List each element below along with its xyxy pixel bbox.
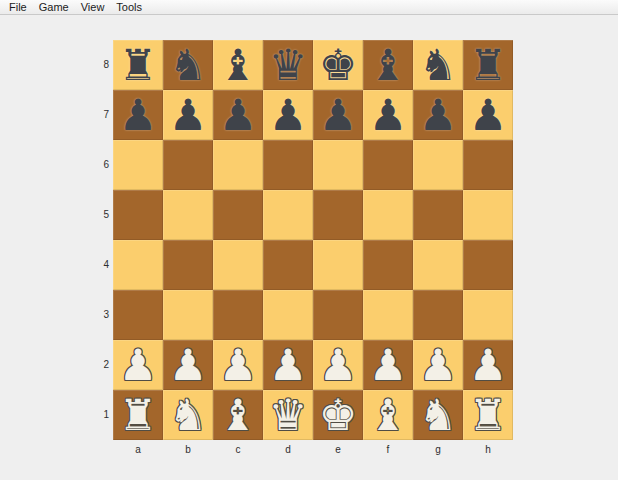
piece-white-rook[interactable]: ♜ xyxy=(113,390,163,440)
piece-white-queen[interactable]: ♛ xyxy=(263,390,313,440)
square-f7[interactable]: ♟ xyxy=(363,90,413,140)
square-c7[interactable]: ♟ xyxy=(213,90,263,140)
menu-item-game[interactable]: Game xyxy=(33,0,75,15)
piece-black-bishop[interactable]: ♝ xyxy=(363,40,413,90)
square-h3[interactable] xyxy=(463,290,513,340)
piece-black-pawn[interactable]: ♟ xyxy=(413,90,463,140)
piece-black-knight[interactable]: ♞ xyxy=(413,40,463,90)
piece-white-knight[interactable]: ♞ xyxy=(413,390,463,440)
square-d4[interactable] xyxy=(263,240,313,290)
piece-black-knight[interactable]: ♞ xyxy=(163,40,213,90)
square-g8[interactable]: ♞ xyxy=(413,40,463,90)
square-a2[interactable]: ♟ xyxy=(113,340,163,390)
piece-black-pawn[interactable]: ♟ xyxy=(313,90,363,140)
file-label-a: a xyxy=(113,443,163,457)
piece-white-pawn[interactable]: ♟ xyxy=(163,340,213,390)
menu-item-file[interactable]: File xyxy=(3,0,33,15)
piece-white-pawn[interactable]: ♟ xyxy=(313,340,363,390)
rank-label-3: 3 xyxy=(93,290,109,340)
square-g2[interactable]: ♟ xyxy=(413,340,463,390)
square-h5[interactable] xyxy=(463,190,513,240)
square-e6[interactable] xyxy=(313,140,363,190)
piece-black-pawn[interactable]: ♟ xyxy=(213,90,263,140)
square-a7[interactable]: ♟ xyxy=(113,90,163,140)
square-e7[interactable]: ♟ xyxy=(313,90,363,140)
square-h2[interactable]: ♟ xyxy=(463,340,513,390)
piece-black-pawn[interactable]: ♟ xyxy=(263,90,313,140)
piece-black-pawn[interactable]: ♟ xyxy=(113,90,163,140)
square-f5[interactable] xyxy=(363,190,413,240)
square-g6[interactable] xyxy=(413,140,463,190)
square-g1[interactable]: ♞ xyxy=(413,390,463,440)
piece-white-pawn[interactable]: ♟ xyxy=(363,340,413,390)
file-label-d: d xyxy=(263,443,313,457)
square-e2[interactable]: ♟ xyxy=(313,340,363,390)
square-h6[interactable] xyxy=(463,140,513,190)
piece-white-pawn[interactable]: ♟ xyxy=(463,340,513,390)
square-d7[interactable]: ♟ xyxy=(263,90,313,140)
file-label-f: f xyxy=(363,443,413,457)
rank-label-7: 7 xyxy=(93,90,109,140)
app-window: { "game": "chess", "position": { "fen": … xyxy=(0,0,618,480)
square-e8[interactable]: ♚ xyxy=(313,40,363,90)
square-c3[interactable] xyxy=(213,290,263,340)
file-label-b: b xyxy=(163,443,213,457)
square-e1[interactable]: ♚ xyxy=(313,390,363,440)
square-b5[interactable] xyxy=(163,190,213,240)
rank-label-1: 1 xyxy=(93,390,109,440)
square-g3[interactable] xyxy=(413,290,463,340)
rank-label-6: 6 xyxy=(93,140,109,190)
square-f6[interactable] xyxy=(363,140,413,190)
file-label-c: c xyxy=(213,443,263,457)
piece-black-rook[interactable]: ♜ xyxy=(113,40,163,90)
piece-black-rook[interactable]: ♜ xyxy=(463,40,513,90)
square-f3[interactable] xyxy=(363,290,413,340)
square-b1[interactable]: ♞ xyxy=(163,390,213,440)
square-h7[interactable]: ♟ xyxy=(463,90,513,140)
square-b3[interactable] xyxy=(163,290,213,340)
rank-label-4: 4 xyxy=(93,240,109,290)
square-h1[interactable]: ♜ xyxy=(463,390,513,440)
square-d1[interactable]: ♛ xyxy=(263,390,313,440)
rank-label-2: 2 xyxy=(93,340,109,390)
square-a4[interactable] xyxy=(113,240,163,290)
piece-black-queen[interactable]: ♛ xyxy=(263,40,313,90)
piece-white-pawn[interactable]: ♟ xyxy=(263,340,313,390)
square-e3[interactable] xyxy=(313,290,363,340)
square-a6[interactable] xyxy=(113,140,163,190)
square-b6[interactable] xyxy=(163,140,213,190)
piece-white-pawn[interactable]: ♟ xyxy=(113,340,163,390)
square-b7[interactable]: ♟ xyxy=(163,90,213,140)
rank-labels: 87654321 xyxy=(93,40,109,440)
piece-black-pawn[interactable]: ♟ xyxy=(163,90,213,140)
square-c8[interactable]: ♝ xyxy=(213,40,263,90)
piece-black-pawn[interactable]: ♟ xyxy=(363,90,413,140)
square-e5[interactable] xyxy=(313,190,363,240)
chess-board[interactable]: ♜♞♝♛♚♝♞♜♟♟♟♟♟♟♟♟♟♟♟♟♟♟♟♟♜♞♝♛♚♝♞♜ xyxy=(113,40,513,440)
piece-black-king[interactable]: ♚ xyxy=(313,40,363,90)
menu-item-view[interactable]: View xyxy=(75,0,111,15)
square-f4[interactable] xyxy=(363,240,413,290)
piece-white-pawn[interactable]: ♟ xyxy=(213,340,263,390)
file-label-g: g xyxy=(413,443,463,457)
square-c6[interactable] xyxy=(213,140,263,190)
square-a8[interactable]: ♜ xyxy=(113,40,163,90)
square-b4[interactable] xyxy=(163,240,213,290)
file-labels: abcdefgh xyxy=(113,443,513,457)
file-label-e: e xyxy=(313,443,363,457)
square-d2[interactable]: ♟ xyxy=(263,340,313,390)
square-b2[interactable]: ♟ xyxy=(163,340,213,390)
piece-white-king[interactable]: ♚ xyxy=(313,390,363,440)
square-c1[interactable]: ♝ xyxy=(213,390,263,440)
rank-label-8: 8 xyxy=(93,40,109,90)
square-b8[interactable]: ♞ xyxy=(163,40,213,90)
piece-white-rook[interactable]: ♜ xyxy=(463,390,513,440)
rank-label-5: 5 xyxy=(93,190,109,240)
square-d8[interactable]: ♛ xyxy=(263,40,313,90)
square-e4[interactable] xyxy=(313,240,363,290)
square-f2[interactable]: ♟ xyxy=(363,340,413,390)
menu-bar: File Game View Tools xyxy=(0,0,618,15)
square-c4[interactable] xyxy=(213,240,263,290)
piece-white-knight[interactable]: ♞ xyxy=(163,390,213,440)
piece-black-bishop[interactable]: ♝ xyxy=(213,40,263,90)
square-g5[interactable] xyxy=(413,190,463,240)
piece-black-pawn[interactable]: ♟ xyxy=(463,90,513,140)
square-f1[interactable]: ♝ xyxy=(363,390,413,440)
square-d5[interactable] xyxy=(263,190,313,240)
square-a5[interactable] xyxy=(113,190,163,240)
square-h8[interactable]: ♜ xyxy=(463,40,513,90)
square-g4[interactable] xyxy=(413,240,463,290)
square-d3[interactable] xyxy=(263,290,313,340)
square-h4[interactable] xyxy=(463,240,513,290)
piece-white-bishop[interactable]: ♝ xyxy=(213,390,263,440)
piece-white-bishop[interactable]: ♝ xyxy=(363,390,413,440)
menu-item-tools[interactable]: Tools xyxy=(110,0,148,15)
square-a3[interactable] xyxy=(113,290,163,340)
square-g7[interactable]: ♟ xyxy=(413,90,463,140)
square-f8[interactable]: ♝ xyxy=(363,40,413,90)
file-label-h: h xyxy=(463,443,513,457)
square-a1[interactable]: ♜ xyxy=(113,390,163,440)
square-c5[interactable] xyxy=(213,190,263,240)
piece-white-pawn[interactable]: ♟ xyxy=(413,340,463,390)
square-d6[interactable] xyxy=(263,140,313,190)
square-c2[interactable]: ♟ xyxy=(213,340,263,390)
